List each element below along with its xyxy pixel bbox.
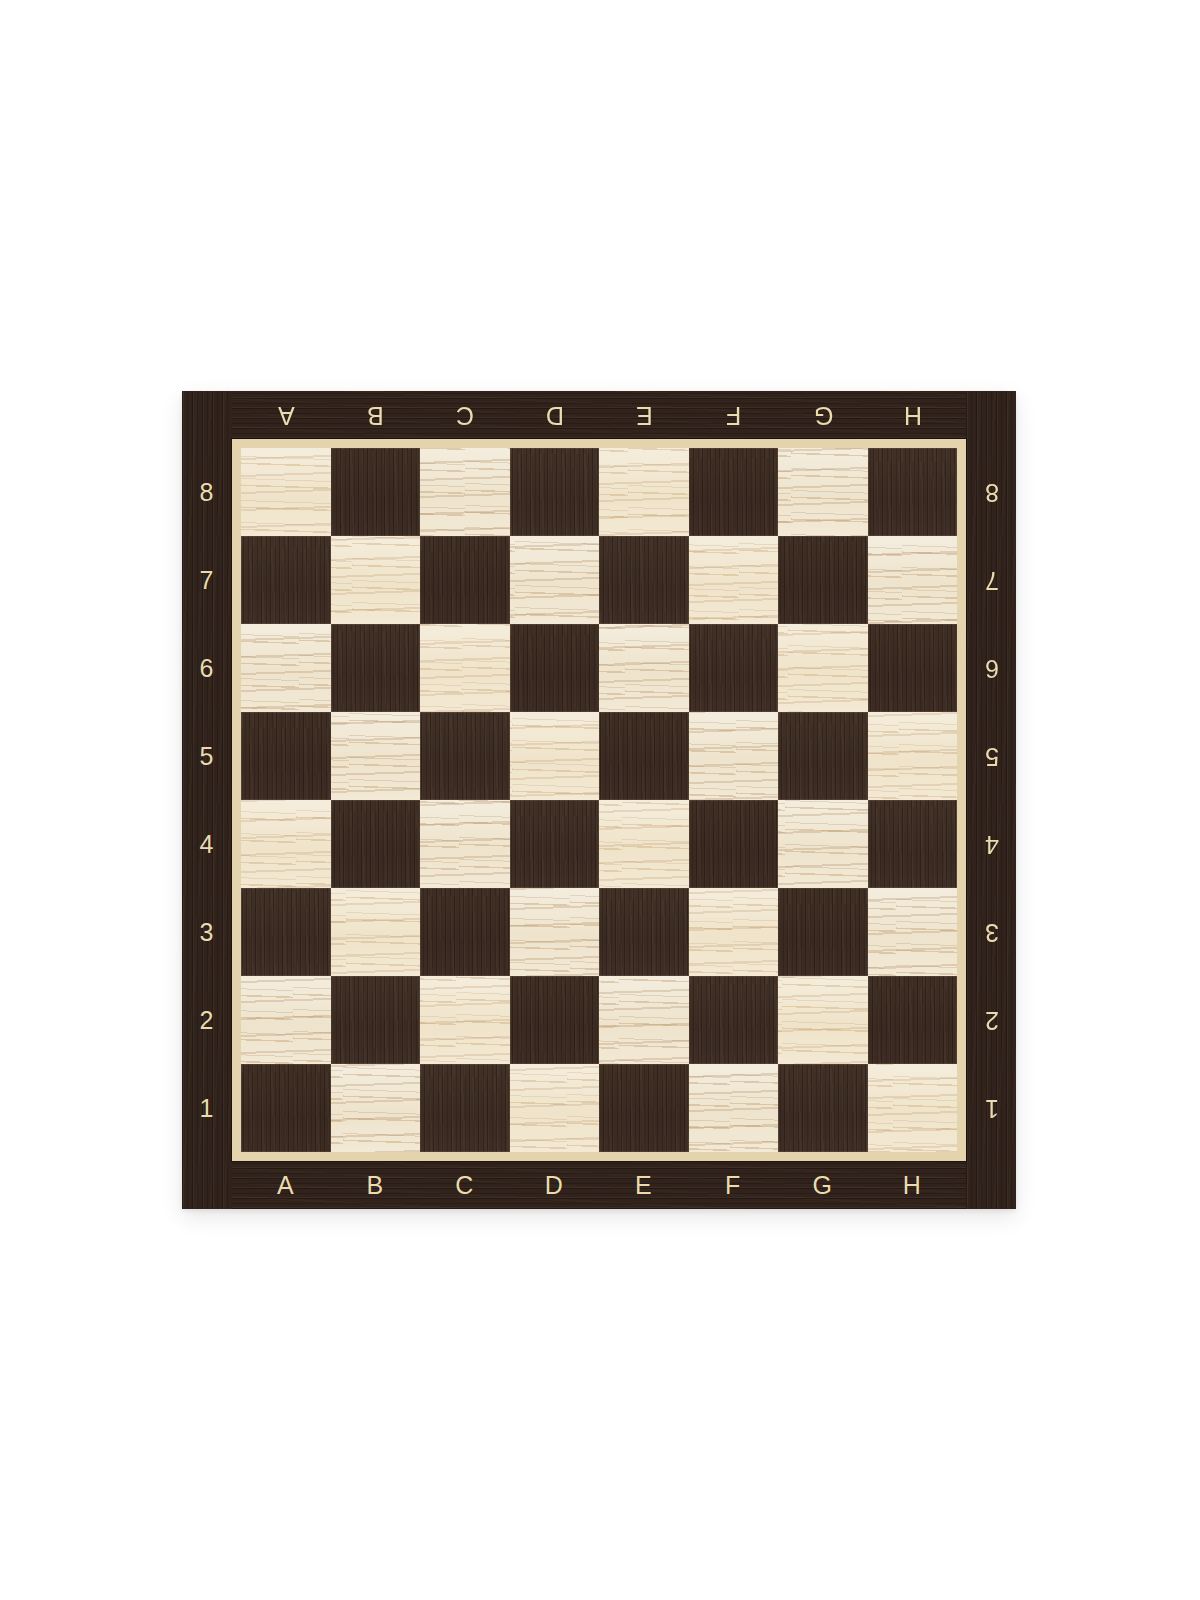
square-e2[interactable] <box>599 976 689 1064</box>
square-c2[interactable] <box>420 976 510 1064</box>
square-f3[interactable] <box>689 888 779 976</box>
board-frame-top <box>182 391 1016 439</box>
square-a8[interactable] <box>241 448 331 536</box>
square-b5[interactable] <box>331 712 421 800</box>
square-b6[interactable] <box>331 624 421 712</box>
square-a6[interactable] <box>241 624 331 712</box>
square-h5[interactable] <box>868 712 958 800</box>
square-c7[interactable] <box>420 536 510 624</box>
square-d2[interactable] <box>510 976 600 1064</box>
square-e4[interactable] <box>599 800 689 888</box>
square-c1[interactable] <box>420 1064 510 1152</box>
square-f7[interactable] <box>689 536 779 624</box>
square-d6[interactable] <box>510 624 600 712</box>
square-d5[interactable] <box>510 712 600 800</box>
square-g7[interactable] <box>778 536 868 624</box>
square-d8[interactable] <box>510 448 600 536</box>
square-c5[interactable] <box>420 712 510 800</box>
square-g6[interactable] <box>778 624 868 712</box>
square-a2[interactable] <box>241 976 331 1064</box>
square-f4[interactable] <box>689 800 779 888</box>
square-h4[interactable] <box>868 800 958 888</box>
board-grid <box>241 448 957 1152</box>
chess-board: ABCDEFGH ABCDEFGH 87654321 87654321 <box>182 391 1016 1209</box>
board-frame-left <box>182 391 232 1209</box>
square-c6[interactable] <box>420 624 510 712</box>
square-a5[interactable] <box>241 712 331 800</box>
square-a4[interactable] <box>241 800 331 888</box>
square-b8[interactable] <box>331 448 421 536</box>
square-e1[interactable] <box>599 1064 689 1152</box>
square-f5[interactable] <box>689 712 779 800</box>
square-h1[interactable] <box>868 1064 958 1152</box>
square-g3[interactable] <box>778 888 868 976</box>
square-g4[interactable] <box>778 800 868 888</box>
board-frame-right <box>966 391 1016 1209</box>
square-b2[interactable] <box>331 976 421 1064</box>
square-e6[interactable] <box>599 624 689 712</box>
square-d3[interactable] <box>510 888 600 976</box>
photo-backdrop: ABCDEFGH ABCDEFGH 87654321 87654321 <box>0 0 1200 1600</box>
square-b4[interactable] <box>331 800 421 888</box>
square-e8[interactable] <box>599 448 689 536</box>
square-g1[interactable] <box>778 1064 868 1152</box>
square-g2[interactable] <box>778 976 868 1064</box>
square-f8[interactable] <box>689 448 779 536</box>
square-a1[interactable] <box>241 1064 331 1152</box>
square-e3[interactable] <box>599 888 689 976</box>
square-h8[interactable] <box>868 448 958 536</box>
square-b7[interactable] <box>331 536 421 624</box>
square-f2[interactable] <box>689 976 779 1064</box>
square-e5[interactable] <box>599 712 689 800</box>
square-g8[interactable] <box>778 448 868 536</box>
square-b1[interactable] <box>331 1064 421 1152</box>
square-h7[interactable] <box>868 536 958 624</box>
square-h6[interactable] <box>868 624 958 712</box>
square-f1[interactable] <box>689 1064 779 1152</box>
square-h3[interactable] <box>868 888 958 976</box>
square-c3[interactable] <box>420 888 510 976</box>
square-e7[interactable] <box>599 536 689 624</box>
square-g5[interactable] <box>778 712 868 800</box>
square-d1[interactable] <box>510 1064 600 1152</box>
square-c8[interactable] <box>420 448 510 536</box>
square-a7[interactable] <box>241 536 331 624</box>
square-f6[interactable] <box>689 624 779 712</box>
square-c4[interactable] <box>420 800 510 888</box>
square-b3[interactable] <box>331 888 421 976</box>
square-d7[interactable] <box>510 536 600 624</box>
board-inner-trim <box>232 439 966 1161</box>
square-h2[interactable] <box>868 976 958 1064</box>
board-frame-bottom <box>182 1161 1016 1209</box>
square-d4[interactable] <box>510 800 600 888</box>
square-a3[interactable] <box>241 888 331 976</box>
